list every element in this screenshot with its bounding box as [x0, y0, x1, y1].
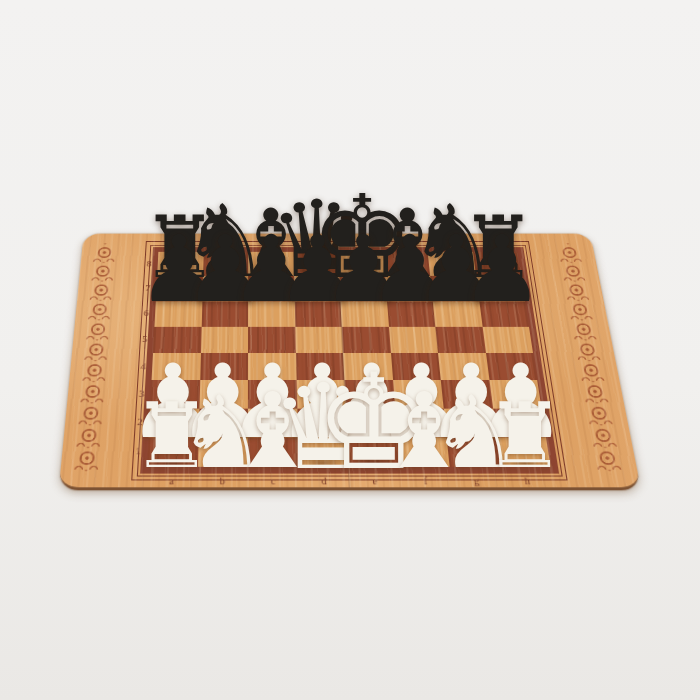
- piece-white-rook-h1[interactable]: ♜: [485, 391, 566, 481]
- vine-ornament-left-border: [71, 243, 119, 474]
- photo-scene: 12345678abcdefgh ♜♞♝♛♚♝♞♜♟♟♟♟♟♟♟♟♟♟♟♟♟♟♟…: [0, 0, 700, 700]
- piece-black-pawn-h7[interactable]: ♟: [461, 224, 543, 316]
